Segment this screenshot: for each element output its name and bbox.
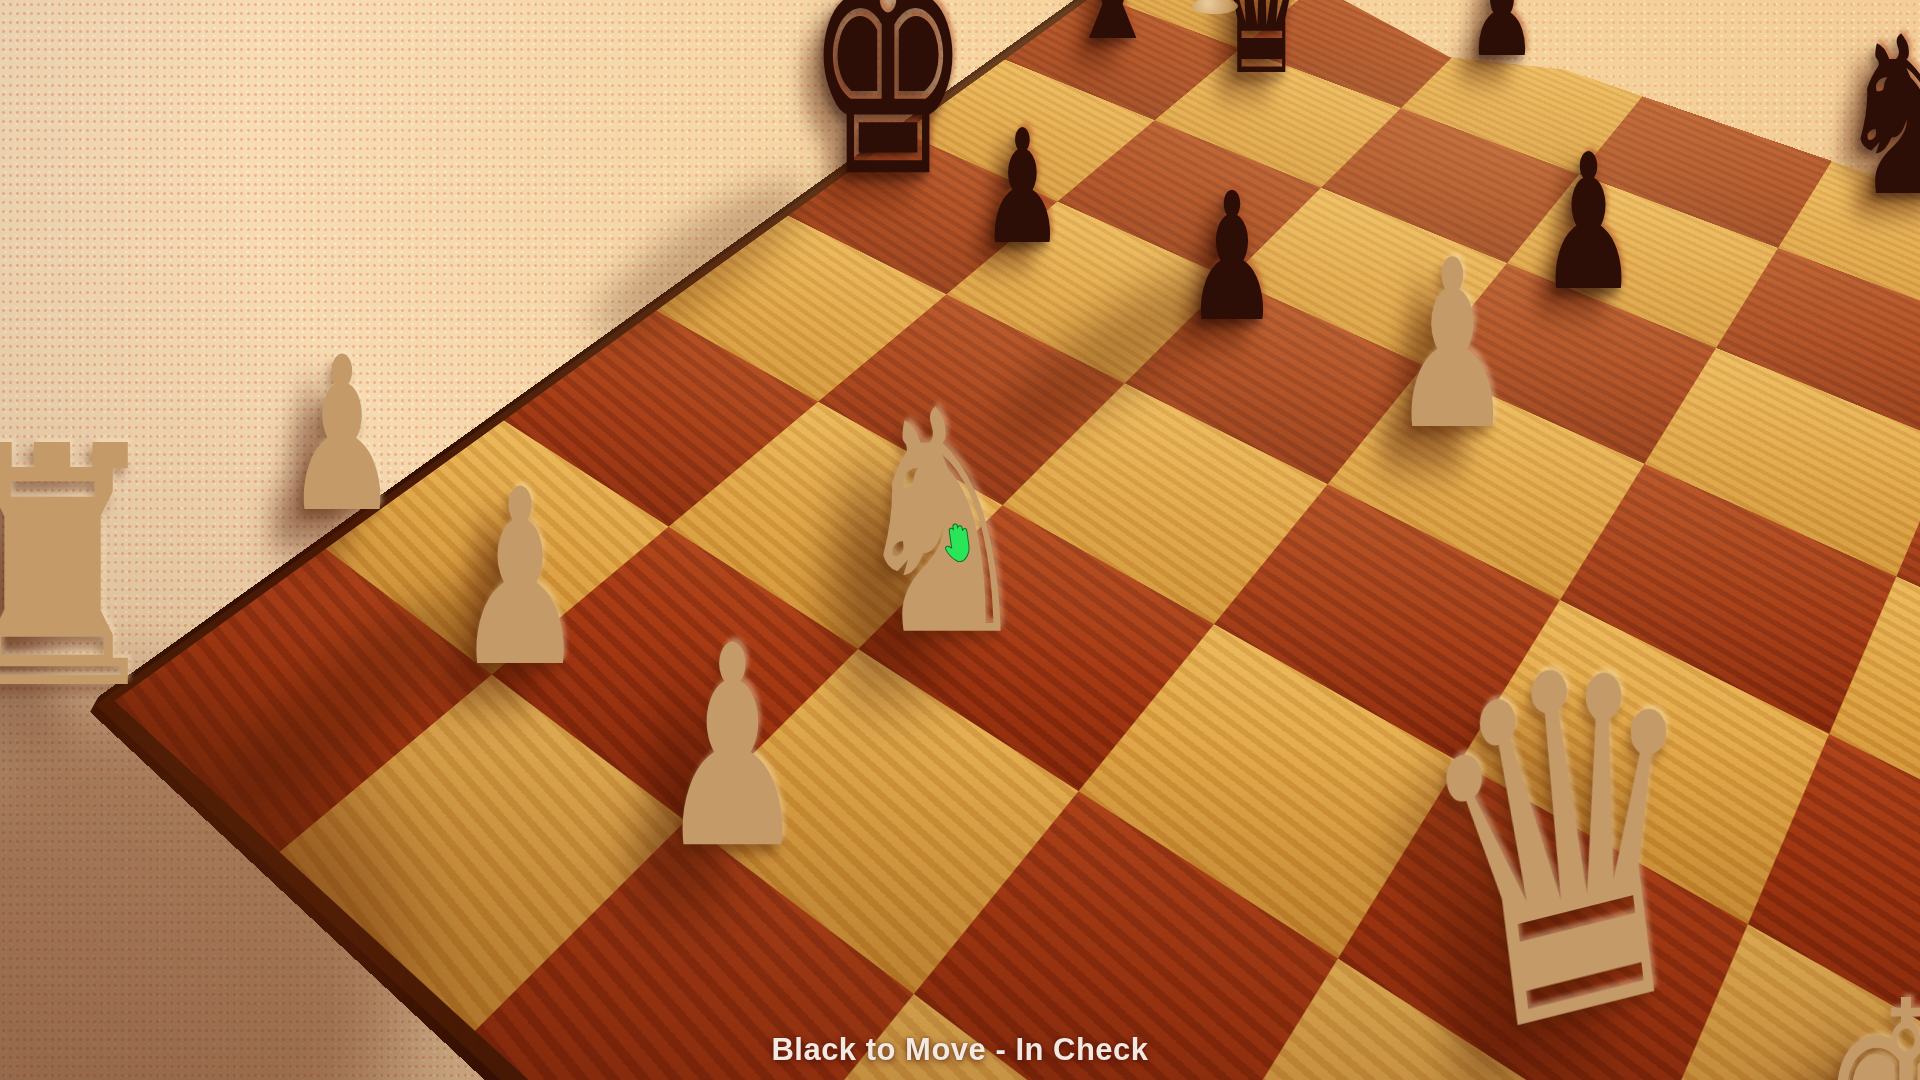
pawn-glyph: ♟ <box>1384 254 1520 440</box>
black-king-b8[interactable]: ♚ <box>796 0 980 196</box>
white-pawn-c2[interactable]: ♟ <box>649 637 816 865</box>
game-viewport: ♚♝♛♞♟♟♟♟♟♟♜♞♟♛♚♟ Black to Move - In Chec… <box>0 0 1920 1080</box>
selection-hand-icon <box>937 513 983 564</box>
white-queen-d1[interactable]: ♛ <box>1382 623 1754 1080</box>
pawn-glyph: ♟ <box>649 637 816 859</box>
knight-glyph: ♞ <box>1826 31 1920 206</box>
pawn-glyph: ♟ <box>1533 148 1643 298</box>
black-knight-g8[interactable]: ♞ <box>1826 31 1920 210</box>
white-pawn-e6[interactable]: ♟ <box>1384 254 1520 445</box>
pawn-glyph: ♟ <box>278 350 406 520</box>
status-text: Black to Move - In Check <box>0 1032 1920 1068</box>
white-rook-a1[interactable]: ♜ <box>0 437 186 709</box>
captured-black-pawn: ♟ <box>1463 0 1540 65</box>
king-glyph: ♚ <box>796 0 980 189</box>
bishop-glyph: ♝ <box>1061 0 1162 46</box>
rook-glyph: ♜ <box>0 437 186 702</box>
black-pawn-f7[interactable]: ♟ <box>1533 148 1643 302</box>
black-bishop-c8[interactable]: ♝ <box>1061 0 1162 50</box>
black-pawn-c7[interactable]: ♟ <box>976 125 1068 254</box>
white-pawn-b2[interactable]: ♟ <box>447 483 593 682</box>
queen-glyph: ♛ <box>1382 623 1753 1074</box>
pawn-glyph: ♟ <box>1180 187 1284 329</box>
black-pawn-d7[interactable]: ♟ <box>1180 187 1284 332</box>
pawn-glyph: ♟ <box>976 125 1068 251</box>
pawn-glyph: ♟ <box>1463 0 1540 63</box>
white-pawn-a2[interactable]: ♟ <box>278 350 406 525</box>
pawn-glyph: ♟ <box>447 483 593 677</box>
